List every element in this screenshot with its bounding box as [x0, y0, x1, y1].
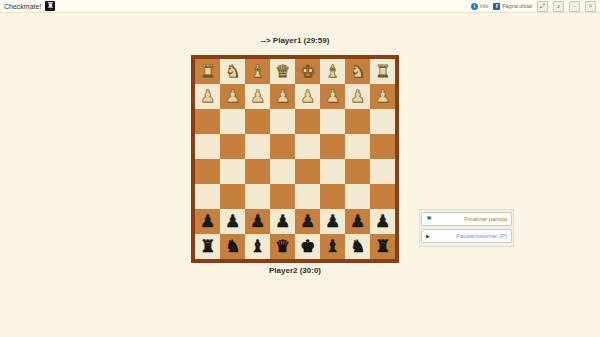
piece-white-pawn[interactable]: ♟	[200, 84, 215, 109]
square-r8c1[interactable]: ♜	[195, 234, 220, 259]
piece-white-bishop[interactable]: ♝	[325, 59, 340, 84]
info-link[interactable]: i Info	[471, 3, 488, 10]
square-r4c6[interactable]	[320, 134, 345, 159]
player1-turn-clock-label: --> Player1 (29:59)	[191, 36, 399, 45]
piece-black-pawn[interactable]: ♟	[200, 209, 215, 234]
piece-black-pawn[interactable]: ♟	[300, 209, 315, 234]
piece-white-bishop[interactable]: ♝	[250, 59, 265, 84]
square-r4c1[interactable]	[195, 134, 220, 159]
square-r8c6[interactable]: ♝	[320, 234, 345, 259]
square-r5c6[interactable]	[320, 159, 345, 184]
piece-white-pawn[interactable]: ♟	[250, 84, 265, 109]
square-r5c3[interactable]	[245, 159, 270, 184]
square-r2c1[interactable]: ♟	[195, 84, 220, 109]
piece-white-pawn[interactable]: ♟	[375, 84, 390, 109]
square-r1c3[interactable]: ♝	[245, 59, 270, 84]
square-r8c2[interactable]: ♞	[220, 234, 245, 259]
square-r1c2[interactable]: ♞	[220, 59, 245, 84]
piece-black-pawn[interactable]: ♟	[275, 209, 290, 234]
piece-black-pawn[interactable]: ♟	[250, 209, 265, 234]
piece-white-pawn[interactable]: ♟	[275, 84, 290, 109]
square-r7c1[interactable]: ♟	[195, 209, 220, 234]
info-icon: i	[471, 3, 478, 10]
square-r7c8[interactable]: ♟	[370, 209, 395, 234]
square-r1c1[interactable]: ♜	[195, 59, 220, 84]
square-r6c5[interactable]	[295, 184, 320, 209]
title-bar: Checkmate! ♜ i Info f Página oficial ⤢ ♪…	[0, 0, 600, 13]
piece-black-bishop[interactable]: ♝	[325, 234, 340, 259]
square-r4c2[interactable]	[220, 134, 245, 159]
pause-resume-button[interactable]: ▶ Pausar/retomar (P)	[421, 229, 512, 243]
square-r7c7[interactable]: ♟	[345, 209, 370, 234]
square-r6c1[interactable]	[195, 184, 220, 209]
play-icon: ▶	[426, 230, 430, 242]
piece-black-rook[interactable]: ♜	[375, 234, 390, 259]
piece-black-rook[interactable]: ♜	[200, 234, 215, 259]
piece-black-king[interactable]: ♚	[300, 234, 315, 259]
square-r8c3[interactable]: ♝	[245, 234, 270, 259]
piece-black-pawn[interactable]: ♟	[225, 209, 240, 234]
square-r1c8[interactable]: ♜	[370, 59, 395, 84]
official-page-label: Página oficial	[502, 3, 532, 9]
close-button[interactable]: ✕	[585, 1, 596, 12]
square-r3c6[interactable]	[320, 109, 345, 134]
square-r7c3[interactable]: ♟	[245, 209, 270, 234]
square-r2c4[interactable]: ♟	[270, 84, 295, 109]
square-r3c2[interactable]	[220, 109, 245, 134]
piece-white-pawn[interactable]: ♟	[225, 84, 240, 109]
facebook-icon: f	[493, 3, 500, 10]
square-r7c6[interactable]: ♟	[320, 209, 345, 234]
square-r4c8[interactable]	[370, 134, 395, 159]
square-r6c4[interactable]	[270, 184, 295, 209]
square-r7c4[interactable]: ♟	[270, 209, 295, 234]
square-r3c3[interactable]	[245, 109, 270, 134]
square-r2c6[interactable]: ♟	[320, 84, 345, 109]
piece-white-rook[interactable]: ♜	[200, 59, 215, 84]
info-link-label: Info	[480, 3, 488, 9]
finish-game-button[interactable]: ⚑ Finalizar partida	[421, 212, 512, 226]
square-r4c7[interactable]	[345, 134, 370, 159]
square-r5c1[interactable]	[195, 159, 220, 184]
square-r5c7[interactable]	[345, 159, 370, 184]
player2-clock-label: Player2 (30:0)	[191, 266, 399, 275]
rook-app-icon: ♜	[45, 1, 55, 11]
square-r4c3[interactable]	[245, 134, 270, 159]
square-r4c4[interactable]	[270, 134, 295, 159]
square-r8c8[interactable]: ♜	[370, 234, 395, 259]
square-r3c5[interactable]	[295, 109, 320, 134]
square-r6c6[interactable]	[320, 184, 345, 209]
square-r6c7[interactable]	[345, 184, 370, 209]
square-r1c6[interactable]: ♝	[320, 59, 345, 84]
piece-black-pawn[interactable]: ♟	[325, 209, 340, 234]
chess-board: ♜♞♝♛♚♝♞♜♟♟♟♟♟♟♟♟♟♟♟♟♟♟♟♟♜♞♝♛♚♝♞♜	[191, 55, 399, 263]
piece-white-pawn[interactable]: ♟	[300, 84, 315, 109]
square-r7c5[interactable]: ♟	[295, 209, 320, 234]
square-r2c2[interactable]: ♟	[220, 84, 245, 109]
square-r3c1[interactable]	[195, 109, 220, 134]
minimize-button[interactable]: –	[569, 1, 580, 12]
square-r1c7[interactable]: ♞	[345, 59, 370, 84]
square-r6c8[interactable]	[370, 184, 395, 209]
piece-white-knight[interactable]: ♞	[225, 59, 240, 84]
piece-black-knight[interactable]: ♞	[225, 234, 240, 259]
finish-game-label: Finalizar partida	[464, 216, 507, 222]
piece-white-knight[interactable]: ♞	[350, 59, 365, 84]
piece-white-king[interactable]: ♚	[300, 59, 315, 84]
pause-resume-label: Pausar/retomar (P)	[456, 233, 507, 239]
piece-black-pawn[interactable]: ♟	[350, 209, 365, 234]
square-r4c5[interactable]	[295, 134, 320, 159]
square-r1c4[interactable]: ♛	[270, 59, 295, 84]
square-r3c4[interactable]	[270, 109, 295, 134]
square-r5c4[interactable]	[270, 159, 295, 184]
square-r2c7[interactable]: ♟	[345, 84, 370, 109]
flag-icon: ⚑	[426, 213, 432, 225]
square-r3c8[interactable]	[370, 109, 395, 134]
square-r5c5[interactable]	[295, 159, 320, 184]
official-page-link[interactable]: f Página oficial	[493, 3, 532, 10]
square-r8c7[interactable]: ♞	[345, 234, 370, 259]
piece-black-pawn[interactable]: ♟	[375, 209, 390, 234]
square-r7c2[interactable]: ♟	[220, 209, 245, 234]
square-r5c2[interactable]	[220, 159, 245, 184]
square-r8c5[interactable]: ♚	[295, 234, 320, 259]
piece-white-rook[interactable]: ♜	[375, 59, 390, 84]
square-r2c3[interactable]: ♟	[245, 84, 270, 109]
square-r3c7[interactable]	[345, 109, 370, 134]
piece-white-queen[interactable]: ♛	[275, 59, 290, 84]
square-r1c5[interactable]: ♚	[295, 59, 320, 84]
square-r2c8[interactable]: ♟	[370, 84, 395, 109]
piece-black-bishop[interactable]: ♝	[250, 234, 265, 259]
square-r6c2[interactable]	[220, 184, 245, 209]
sound-button[interactable]: ♪	[553, 1, 564, 12]
piece-white-pawn[interactable]: ♟	[325, 84, 340, 109]
piece-black-knight[interactable]: ♞	[350, 234, 365, 259]
square-r6c3[interactable]	[245, 184, 270, 209]
square-r5c8[interactable]	[370, 159, 395, 184]
square-r2c5[interactable]: ♟	[295, 84, 320, 109]
piece-white-pawn[interactable]: ♟	[350, 84, 365, 109]
piece-black-queen[interactable]: ♛	[275, 234, 290, 259]
square-r8c4[interactable]: ♛	[270, 234, 295, 259]
fullscreen-button[interactable]: ⤢	[537, 1, 548, 12]
app-title: Checkmate!	[4, 3, 41, 10]
